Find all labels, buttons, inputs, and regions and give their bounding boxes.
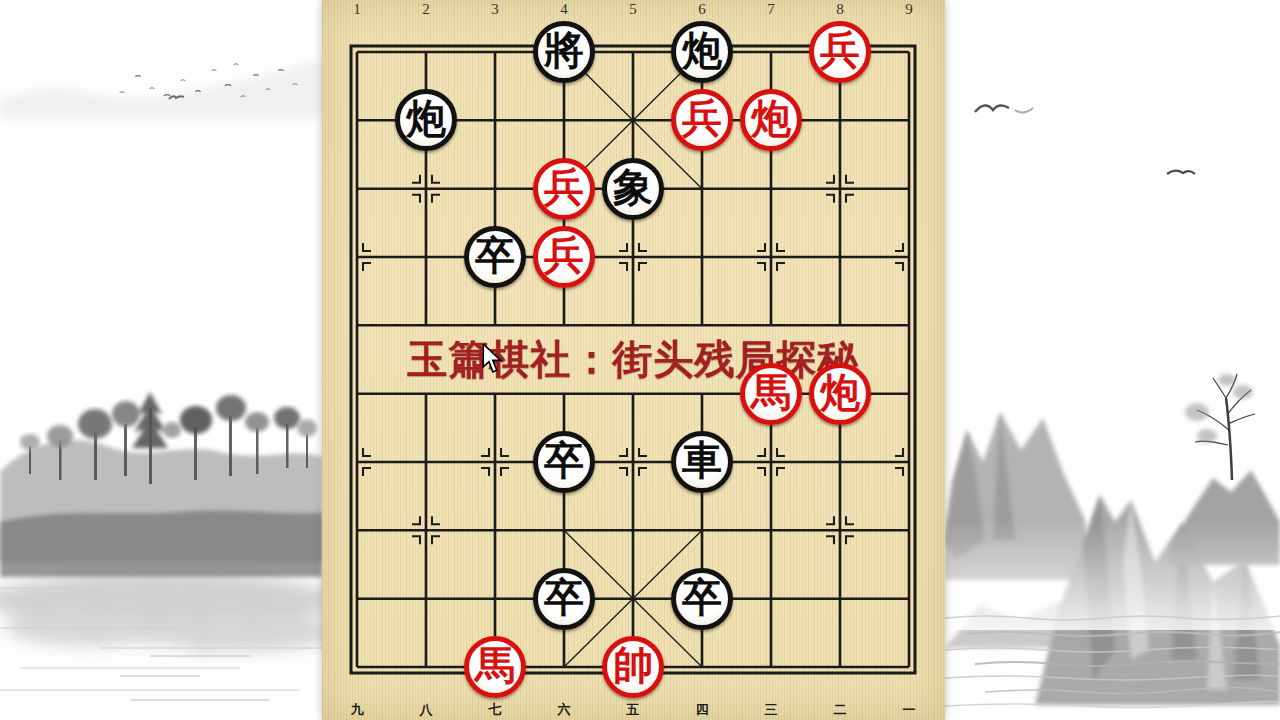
- piece-glyph: 炮: [751, 99, 791, 139]
- right-birds: [975, 105, 1195, 174]
- piece-black-cannon[interactable]: 炮: [395, 89, 457, 151]
- mist-band: [945, 520, 1280, 630]
- piece-glyph: 炮: [406, 99, 446, 139]
- right-inkwash-painting: [945, 0, 1280, 720]
- piece-red-soldier[interactable]: 兵: [671, 89, 733, 151]
- piece-glyph: 馬: [475, 646, 515, 686]
- piece-glyph: 馬: [751, 373, 791, 413]
- pieces-layer: 將炮兵炮兵炮兵象卒兵馬炮卒車卒卒馬帥: [322, 0, 945, 720]
- piece-black-soldier[interactable]: 卒: [533, 568, 595, 630]
- left-inkwash-painting: [0, 0, 322, 720]
- piece-black-soldier[interactable]: 卒: [533, 431, 595, 493]
- piece-glyph: 炮: [820, 373, 860, 413]
- bare-tree-foliage: [1185, 374, 1253, 443]
- piece-black-soldier[interactable]: 卒: [671, 568, 733, 630]
- piece-glyph: 兵: [544, 236, 584, 276]
- xiangqi-board-panel[interactable]: 1 2 3 4 5 6 7 8 9 九 八 七 六 五 四 三 二 一 玉簫棋社…: [322, 0, 945, 720]
- piece-glyph: 卒: [475, 236, 515, 276]
- piece-glyph: 卒: [544, 441, 584, 481]
- piece-red-soldier[interactable]: 兵: [533, 158, 595, 220]
- piece-glyph: 車: [682, 441, 722, 481]
- piece-red-horse[interactable]: 馬: [740, 363, 802, 425]
- faint-hills: [0, 58, 322, 118]
- water-reflection: [0, 572, 322, 700]
- piece-black-general[interactable]: 將: [533, 21, 595, 83]
- piece-glyph: 兵: [682, 99, 722, 139]
- piece-black-soldier[interactable]: 卒: [464, 226, 526, 288]
- piece-glyph: 象: [613, 168, 653, 208]
- mouse-cursor: [482, 344, 504, 374]
- piece-black-elephant[interactable]: 象: [602, 158, 664, 220]
- piece-glyph: 帥: [613, 646, 653, 686]
- piece-glyph: 將: [544, 31, 584, 71]
- island-hill: [0, 440, 322, 577]
- piece-glyph: 卒: [544, 578, 584, 618]
- piece-black-cannon[interactable]: 炮: [671, 21, 733, 83]
- piece-glyph: 兵: [820, 31, 860, 71]
- piece-glyph: 炮: [682, 31, 722, 71]
- piece-black-chariot[interactable]: 車: [671, 431, 733, 493]
- piece-red-cannon[interactable]: 炮: [740, 89, 802, 151]
- piece-red-general[interactable]: 帥: [602, 636, 664, 698]
- piece-red-horse[interactable]: 馬: [464, 636, 526, 698]
- piece-red-cannon[interactable]: 炮: [809, 363, 871, 425]
- piece-glyph: 卒: [682, 578, 722, 618]
- piece-glyph: 兵: [544, 168, 584, 208]
- piece-red-soldier[interactable]: 兵: [533, 226, 595, 288]
- piece-red-soldier[interactable]: 兵: [809, 21, 871, 83]
